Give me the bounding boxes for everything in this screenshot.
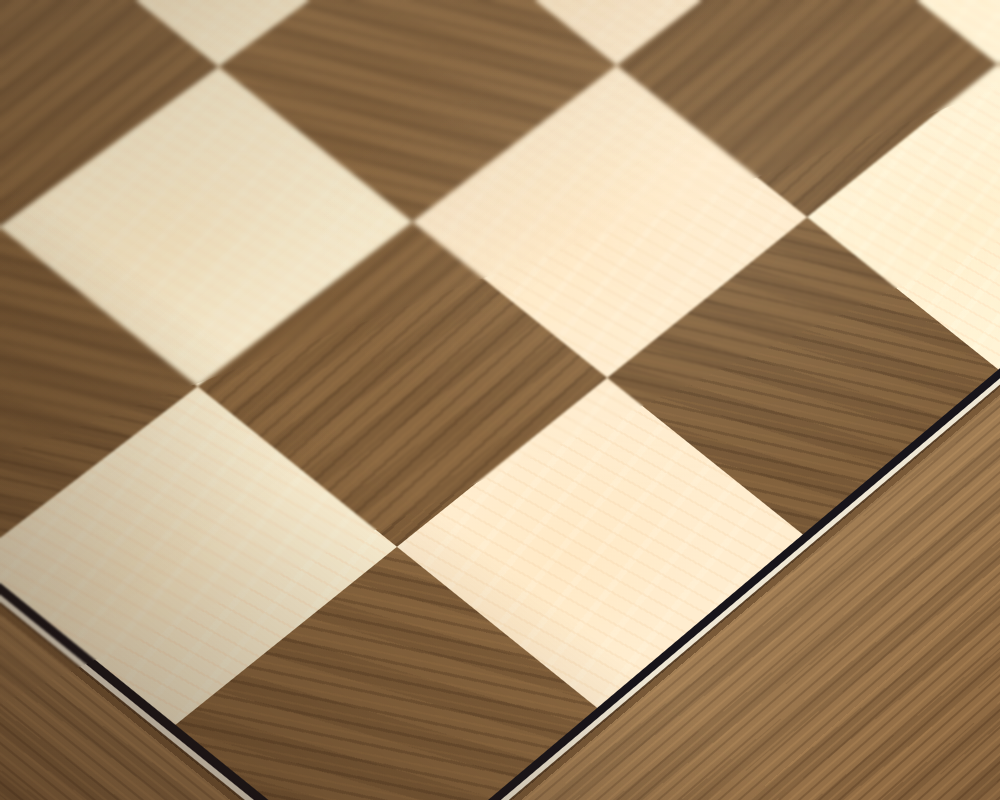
board-photo	[0, 0, 1000, 800]
board-scene	[0, 0, 1000, 800]
